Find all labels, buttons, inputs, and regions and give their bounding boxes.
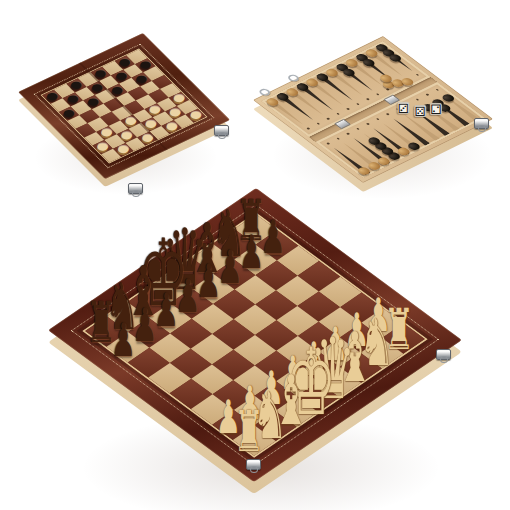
die-icon[interactable]: ⚂ xyxy=(397,102,409,114)
peg-hole-icon xyxy=(356,128,359,130)
die-icon[interactable]: ⚁ xyxy=(430,103,442,115)
clasp-icon xyxy=(128,183,143,194)
chess-piece-black-pawn[interactable]: ♟ xyxy=(111,317,136,363)
checkers-board: ●●●●●●●●●●●●●●●●●●●●●●●● xyxy=(18,33,230,179)
peg-hole-icon xyxy=(415,74,418,76)
chess-piece-white-rook[interactable]: ♜ xyxy=(234,404,265,461)
peg-hole-icon xyxy=(356,103,359,105)
peg-hole-icon xyxy=(326,118,329,120)
peg-hole-icon xyxy=(336,138,339,140)
peg-hole-icon xyxy=(376,118,379,120)
product-photo-scene: ●●●●●●●●●●●●●●●●●●●●●●●● ⚂⚄⚁ ♜♟♟♜♞♟♟♞♝♟♟… xyxy=(0,0,510,510)
peg-hole-icon xyxy=(336,113,339,115)
clasp-icon xyxy=(474,118,489,129)
peg-hole-icon xyxy=(366,123,369,125)
peg-hole-icon xyxy=(316,123,319,125)
clasp-icon xyxy=(214,125,229,136)
peg-hole-icon xyxy=(376,93,379,95)
peg-hole-icon xyxy=(326,142,329,144)
peg-hole-icon xyxy=(425,94,428,96)
clasp-icon xyxy=(436,349,451,360)
chess-playing-area: ♜♟♟♜♞♟♟♞♝♟♟♝♛♟♟♛♚♟♟♚♝♟♟♝♞♟♟♞♜♟♟♜ xyxy=(82,212,427,457)
clasp-icon xyxy=(246,459,261,470)
backgammon-board: ⚂⚄⚁ xyxy=(253,36,493,183)
peg-hole-icon xyxy=(306,127,309,129)
peg-hole-icon xyxy=(366,98,369,100)
peg-hole-icon xyxy=(386,113,389,115)
peg-hole-icon xyxy=(386,88,389,90)
peg-hole-icon xyxy=(435,89,438,91)
peg-hole-icon xyxy=(346,133,349,135)
peg-hole-icon xyxy=(416,98,419,100)
chess-board: ♜♟♟♜♞♟♟♞♝♟♟♝♛♟♟♛♚♟♟♚♝♟♟♝♞♟♟♞♜♟♟♜ xyxy=(48,188,462,482)
peg-hole-icon xyxy=(346,108,349,110)
die-icon[interactable]: ⚄ xyxy=(414,105,426,117)
